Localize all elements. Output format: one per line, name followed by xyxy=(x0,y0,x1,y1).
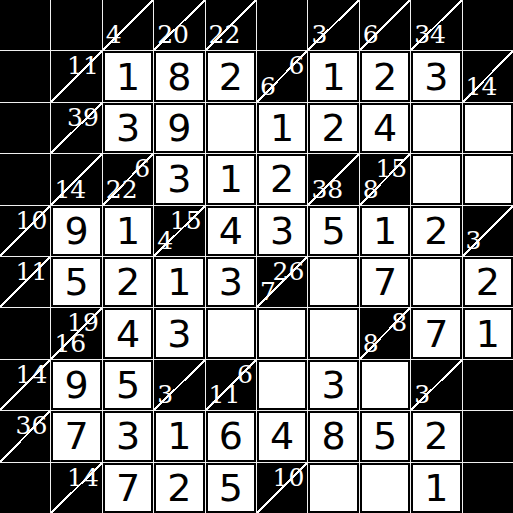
across-clue: 14 xyxy=(16,362,48,387)
cell-value: 5 xyxy=(65,263,89,301)
value-cell[interactable]: 5 xyxy=(360,411,410,461)
clue-cell: 267 xyxy=(257,257,307,307)
block-cell xyxy=(0,0,50,50)
empty-cell[interactable] xyxy=(257,360,307,410)
across-clue: 36 xyxy=(16,413,48,438)
value-cell[interactable]: 4 xyxy=(257,411,307,461)
empty-cell[interactable] xyxy=(206,103,256,153)
clue-cell: 14 xyxy=(51,463,101,513)
clue-cell: 14 xyxy=(51,154,101,204)
value-cell[interactable]: 6 xyxy=(206,411,256,461)
cell-value: 1 xyxy=(322,58,346,96)
down-clue: 8 xyxy=(363,177,379,202)
block-cell xyxy=(0,103,50,153)
value-cell[interactable]: 7 xyxy=(411,308,461,358)
clue-cell: 20 xyxy=(154,0,204,50)
cell-value: 3 xyxy=(322,366,346,404)
block-cell xyxy=(0,308,50,358)
clue-cell: 10 xyxy=(0,206,50,256)
empty-cell[interactable] xyxy=(463,154,513,204)
value-cell[interactable]: 5 xyxy=(51,257,101,307)
value-cell[interactable]: 1 xyxy=(103,206,153,256)
clue-cell: 6 xyxy=(360,0,410,50)
down-clue: 3 xyxy=(311,22,327,47)
down-clue: 4 xyxy=(106,22,122,47)
cell-value: 3 xyxy=(424,58,448,96)
down-clue: 38 xyxy=(311,177,343,202)
clue-cell: 3 xyxy=(154,360,204,410)
value-cell[interactable]: 4 xyxy=(360,103,410,153)
cell-value: 4 xyxy=(219,212,243,250)
cell-value: 1 xyxy=(116,58,140,96)
cell-value: 1 xyxy=(270,109,294,147)
across-clue: 15 xyxy=(170,208,202,233)
clue-cell: 622 xyxy=(103,154,153,204)
cell-value: 3 xyxy=(167,315,191,353)
empty-cell[interactable] xyxy=(206,308,256,358)
cell-value: 7 xyxy=(65,417,89,455)
empty-cell[interactable] xyxy=(308,257,358,307)
clue-cell: 14 xyxy=(463,51,513,101)
cell-value: 7 xyxy=(373,263,397,301)
block-cell xyxy=(0,154,50,204)
empty-cell[interactable] xyxy=(411,154,461,204)
cell-value: 4 xyxy=(116,315,140,353)
cell-value: 1 xyxy=(424,469,448,507)
cell-value: 2 xyxy=(373,58,397,96)
across-clue: 11 xyxy=(67,53,99,78)
cell-value: 5 xyxy=(219,469,243,507)
across-clue: 6 xyxy=(288,53,304,78)
clue-cell: 34 xyxy=(411,0,461,50)
clue-cell: 4 xyxy=(103,0,153,50)
cell-value: 9 xyxy=(65,212,89,250)
value-cell[interactable]: 9 xyxy=(154,103,204,153)
cell-value: 9 xyxy=(65,366,89,404)
clue-cell: 11 xyxy=(0,257,50,307)
block-cell xyxy=(0,51,50,101)
value-cell[interactable]: 2 xyxy=(206,51,256,101)
clue-cell: 3 xyxy=(308,0,358,50)
block-cell xyxy=(463,360,513,410)
clue-cell: 22 xyxy=(206,0,256,50)
across-clue: 39 xyxy=(67,105,99,130)
value-cell[interactable]: 8 xyxy=(308,411,358,461)
down-clue: 20 xyxy=(157,22,189,47)
value-cell[interactable]: 4 xyxy=(103,308,153,358)
cell-value: 2 xyxy=(167,469,191,507)
value-cell[interactable]: 2 xyxy=(411,411,461,461)
value-cell[interactable]: 1 xyxy=(308,51,358,101)
down-clue: 4 xyxy=(157,228,173,253)
cell-value: 4 xyxy=(270,417,294,455)
down-clue: 3 xyxy=(157,382,173,407)
cell-value: 1 xyxy=(219,160,243,198)
down-clue: 34 xyxy=(414,22,446,47)
empty-cell[interactable] xyxy=(308,308,358,358)
down-clue: 14 xyxy=(466,74,498,99)
block-cell xyxy=(257,0,307,50)
clue-cell: 66 xyxy=(257,51,307,101)
value-cell[interactable]: 1 xyxy=(154,411,204,461)
cell-value: 8 xyxy=(322,417,346,455)
clue-cell: 36 xyxy=(0,411,50,461)
empty-cell[interactable] xyxy=(411,257,461,307)
down-clue: 7 xyxy=(260,279,276,304)
value-cell[interactable]: 2 xyxy=(411,206,461,256)
clue-cell: 38 xyxy=(308,154,358,204)
value-cell[interactable]: 4 xyxy=(206,206,256,256)
value-cell[interactable]: 2 xyxy=(154,463,204,513)
clue-cell: 88 xyxy=(360,308,410,358)
value-cell[interactable]: 3 xyxy=(308,360,358,410)
across-clue: 11 xyxy=(16,259,48,284)
block-cell xyxy=(463,463,513,513)
cell-value: 6 xyxy=(219,417,243,455)
clue-cell: 158 xyxy=(360,154,410,204)
value-cell[interactable]: 3 xyxy=(411,51,461,101)
cell-value: 3 xyxy=(219,263,243,301)
value-cell[interactable]: 2 xyxy=(103,257,153,307)
across-clue: 10 xyxy=(16,208,48,233)
cell-value: 5 xyxy=(322,212,346,250)
clue-cell: 10 xyxy=(257,463,307,513)
down-clue: 11 xyxy=(209,382,241,407)
cell-value: 1 xyxy=(167,417,191,455)
cell-value: 2 xyxy=(476,263,500,301)
clue-cell: 39 xyxy=(51,103,101,153)
value-cell[interactable]: 3 xyxy=(154,154,204,204)
cell-value: 3 xyxy=(116,417,140,455)
across-clue: 10 xyxy=(273,465,305,490)
value-cell[interactable]: 5 xyxy=(206,463,256,513)
down-clue: 3 xyxy=(466,228,482,253)
empty-cell[interactable] xyxy=(360,463,410,513)
cell-value: 3 xyxy=(116,109,140,147)
value-cell[interactable]: 9 xyxy=(51,206,101,256)
cell-value: 9 xyxy=(167,109,191,147)
cell-value: 1 xyxy=(476,315,500,353)
down-clue: 8 xyxy=(363,331,379,356)
cell-value: 3 xyxy=(270,212,294,250)
clue-cell: 14 xyxy=(0,360,50,410)
empty-cell[interactable] xyxy=(308,463,358,513)
down-clue: 16 xyxy=(54,331,86,356)
down-clue: 3 xyxy=(414,382,430,407)
value-cell[interactable]: 7 xyxy=(103,463,153,513)
cell-value: 3 xyxy=(167,160,191,198)
value-cell[interactable]: 1 xyxy=(360,206,410,256)
value-cell[interactable]: 8 xyxy=(154,51,204,101)
clue-cell: 1916 xyxy=(51,308,101,358)
value-cell[interactable]: 7 xyxy=(51,411,101,461)
cell-value: 8 xyxy=(167,58,191,96)
down-clue: 6 xyxy=(260,74,276,99)
cell-value: 2 xyxy=(424,212,448,250)
down-clue: 22 xyxy=(209,22,241,47)
value-cell[interactable]: 2 xyxy=(308,103,358,153)
cell-value: 1 xyxy=(116,212,140,250)
cell-value: 2 xyxy=(116,263,140,301)
value-cell[interactable]: 3 xyxy=(257,206,307,256)
cell-value: 7 xyxy=(116,469,140,507)
cell-value: 1 xyxy=(373,212,397,250)
value-cell[interactable]: 1 xyxy=(103,51,153,101)
block-cell xyxy=(463,411,513,461)
empty-cell[interactable] xyxy=(360,360,410,410)
cell-value: 5 xyxy=(373,417,397,455)
value-cell[interactable]: 3 xyxy=(103,411,153,461)
down-clue: 22 xyxy=(106,177,138,202)
across-clue: 8 xyxy=(391,310,407,335)
value-cell[interactable]: 3 xyxy=(154,308,204,358)
cell-value: 2 xyxy=(219,58,243,96)
kakuro-board: 4202236341118266123143939124146223123815… xyxy=(0,0,513,513)
block-cell xyxy=(51,0,101,50)
value-cell[interactable]: 1 xyxy=(206,154,256,204)
cell-value: 2 xyxy=(270,160,294,198)
across-clue: 26 xyxy=(273,259,305,284)
across-clue: 15 xyxy=(375,156,407,181)
value-cell[interactable]: 2 xyxy=(257,154,307,204)
across-clue: 14 xyxy=(67,465,99,490)
down-clue: 6 xyxy=(363,22,379,47)
empty-cell[interactable] xyxy=(257,308,307,358)
value-cell[interactable]: 5 xyxy=(103,360,153,410)
empty-cell[interactable] xyxy=(411,103,461,153)
down-clue: 14 xyxy=(54,177,86,202)
value-cell[interactable]: 3 xyxy=(103,103,153,153)
block-cell xyxy=(463,0,513,50)
clue-cell: 11 xyxy=(51,51,101,101)
value-cell[interactable]: 9 xyxy=(51,360,101,410)
clue-cell: 3 xyxy=(463,206,513,256)
cell-value: 2 xyxy=(322,109,346,147)
cell-value: 7 xyxy=(424,315,448,353)
block-cell xyxy=(0,463,50,513)
value-cell[interactable]: 2 xyxy=(360,51,410,101)
value-cell[interactable]: 7 xyxy=(360,257,410,307)
empty-cell[interactable] xyxy=(463,103,513,153)
value-cell[interactable]: 1 xyxy=(154,257,204,307)
cell-value: 2 xyxy=(424,417,448,455)
clue-cell: 3 xyxy=(411,360,461,410)
value-cell[interactable]: 1 xyxy=(463,308,513,358)
cell-value: 1 xyxy=(167,263,191,301)
value-cell[interactable]: 3 xyxy=(206,257,256,307)
value-cell[interactable]: 1 xyxy=(411,463,461,513)
value-cell[interactable]: 5 xyxy=(308,206,358,256)
clue-cell: 611 xyxy=(206,360,256,410)
clue-cell: 154 xyxy=(154,206,204,256)
value-cell[interactable]: 1 xyxy=(257,103,307,153)
value-cell[interactable]: 2 xyxy=(463,257,513,307)
cell-value: 4 xyxy=(373,109,397,147)
cell-value: 5 xyxy=(116,366,140,404)
